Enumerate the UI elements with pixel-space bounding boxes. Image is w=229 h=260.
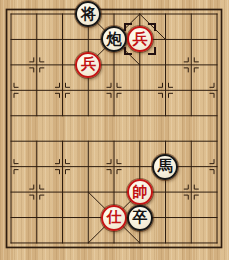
piece-glyph: 帥 [132, 185, 147, 200]
xiangqi-board[interactable]: 将炮兵兵馬帥仕卒 [0, 1, 229, 255]
piece-black-general[interactable]: 将 [75, 1, 101, 27]
piece-glyph: 炮 [106, 32, 121, 47]
board-background: 将炮兵兵馬帥仕卒 [0, 0, 229, 260]
piece-red-soldier[interactable]: 兵 [75, 52, 101, 78]
piece-glyph: 兵 [81, 57, 96, 72]
piece-red-advisor[interactable]: 仕 [101, 205, 127, 231]
piece-black-horse[interactable]: 馬 [152, 154, 178, 180]
piece-black-soldier[interactable]: 卒 [127, 205, 153, 231]
last-move-bracket-tl [124, 23, 132, 31]
piece-glyph: 兵 [132, 32, 147, 47]
piece-glyph: 仕 [106, 210, 121, 225]
last-move-bracket-br [148, 47, 156, 55]
piece-red-general[interactable]: 帥 [127, 179, 153, 205]
last-move-bracket-tr [148, 23, 156, 31]
piece-glyph: 馬 [158, 159, 173, 174]
piece-glyph: 卒 [132, 210, 147, 225]
piece-glyph: 将 [81, 7, 96, 22]
last-move-bracket-bl [124, 47, 132, 55]
piece-red-soldier[interactable]: 兵 [127, 26, 153, 52]
